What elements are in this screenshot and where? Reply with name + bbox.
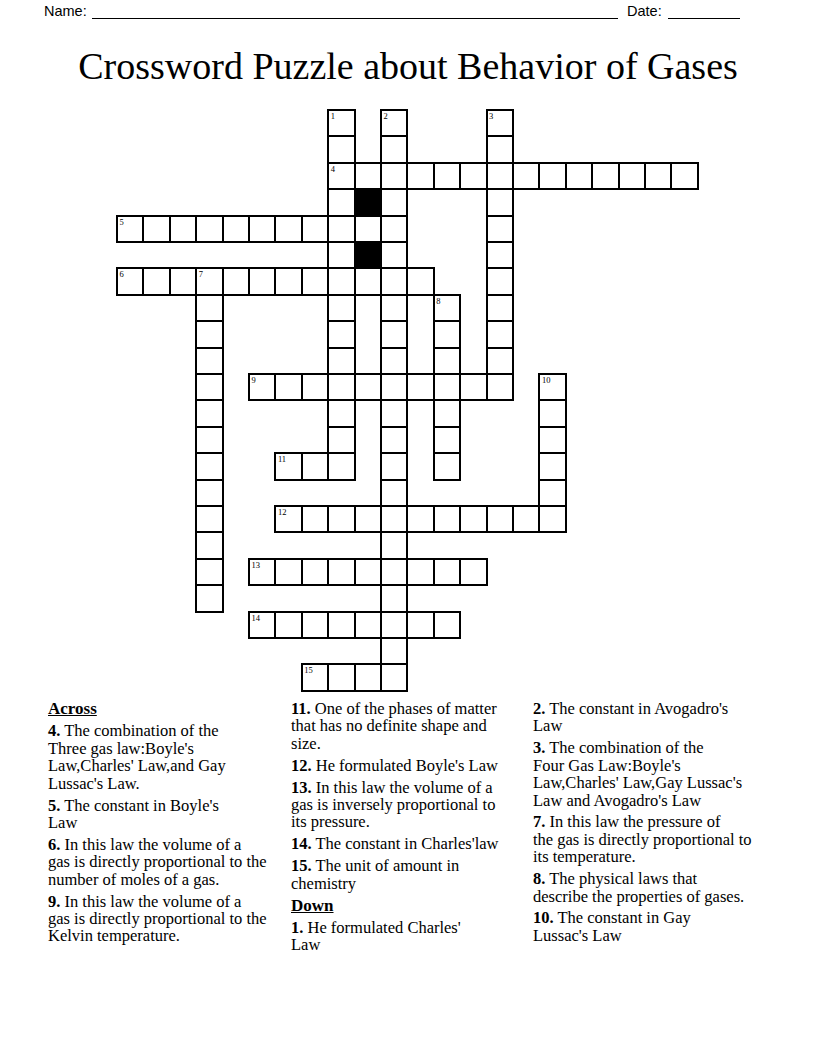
grid-cell[interactable] (591, 162, 619, 190)
grid-cell[interactable] (459, 162, 487, 190)
name-label: Name: (44, 3, 87, 19)
clue-15: 15. The unit of amount in chemistry (291, 857, 541, 892)
grid-cell[interactable] (301, 452, 329, 480)
date-blank-line[interactable] (668, 18, 740, 19)
grid-cell[interactable] (486, 215, 514, 243)
clue-9: 9. In this law the volume of a gas is di… (48, 893, 298, 945)
grid-cell[interactable] (380, 294, 408, 322)
grid-cell[interactable] (406, 558, 434, 586)
grid-cell[interactable] (433, 505, 461, 533)
grid-cell[interactable] (512, 505, 540, 533)
grid-cell[interactable] (301, 558, 329, 586)
grid-cell[interactable] (459, 558, 487, 586)
grid-cell[interactable] (380, 320, 408, 348)
grid-cell[interactable] (644, 162, 672, 190)
grid-cell[interactable] (195, 452, 223, 480)
grid-cell[interactable] (538, 452, 566, 480)
down-header: Down (291, 897, 541, 914)
grid-cell[interactable] (433, 452, 461, 480)
grid-cell[interactable] (169, 267, 197, 295)
clue-text: The unit of amount in chemistry (291, 856, 459, 892)
grid-cell[interactable] (354, 558, 382, 586)
clue-text: The constant in Boyle's Law (48, 796, 219, 832)
grid-cell[interactable]: 15 (301, 663, 329, 691)
clue-number: 7. (533, 812, 545, 831)
black-cell (354, 241, 382, 269)
clue-number: 4. (48, 721, 60, 740)
cell-number: 10 (542, 375, 551, 385)
grid-cell[interactable] (433, 611, 461, 639)
grid-cell[interactable]: 10 (538, 373, 566, 401)
clue-number: 12. (291, 756, 312, 775)
clue-number: 11. (291, 699, 311, 718)
grid-cell[interactable] (195, 584, 223, 612)
grid-cell[interactable] (538, 162, 566, 190)
grid-cell[interactable]: 7 (195, 267, 223, 295)
grid-cell[interactable] (195, 373, 223, 401)
grid-cell[interactable] (327, 215, 355, 243)
clue-text: He formulated Charles' Law (291, 918, 461, 954)
clue-2: 2. The constant in Avogadro's Law (533, 700, 783, 735)
clue-4: 4. The combination of the Three gas law:… (48, 722, 298, 792)
grid-cell[interactable] (380, 637, 408, 665)
grid-cell[interactable] (274, 215, 302, 243)
cell-number: 6 (120, 269, 124, 279)
grid-cell[interactable] (142, 267, 170, 295)
clue-text: In this law the volume of a gas is direc… (48, 892, 267, 946)
grid-cell[interactable] (380, 452, 408, 480)
grid-cell[interactable] (486, 294, 514, 322)
grid-cell[interactable] (433, 373, 461, 401)
clue-number: 1. (291, 918, 303, 937)
grid-cell[interactable] (327, 347, 355, 375)
name-blank-line[interactable] (92, 18, 618, 19)
grid-cell[interactable] (406, 611, 434, 639)
grid-cell[interactable] (486, 241, 514, 269)
grid-cell[interactable] (565, 162, 593, 190)
grid-cell[interactable] (274, 611, 302, 639)
grid-cell[interactable] (301, 373, 329, 401)
clue-text: The constant in Avogadro's Law (533, 699, 728, 735)
grid-cell[interactable]: 11 (274, 452, 302, 480)
clue-10: 10. The constant in Gay Lussac's Law (533, 909, 783, 944)
cell-number: 7 (199, 269, 203, 279)
grid-cell[interactable] (195, 347, 223, 375)
grid-cell[interactable] (354, 373, 382, 401)
grid-cell[interactable]: 3 (486, 109, 514, 137)
grid-cell[interactable] (486, 188, 514, 216)
grid-cell[interactable] (380, 373, 408, 401)
grid-cell[interactable] (354, 162, 382, 190)
clue-number: 14. (291, 834, 312, 853)
cell-number: 14 (252, 613, 261, 623)
grid-cell[interactable] (274, 267, 302, 295)
grid-cell[interactable] (380, 241, 408, 269)
clue-number: 5. (48, 796, 60, 815)
grid-cell[interactable] (169, 215, 197, 243)
cell-number: 8 (436, 296, 440, 306)
grid-cell[interactable] (433, 347, 461, 375)
grid-cell[interactable] (538, 479, 566, 507)
grid-cell[interactable] (486, 320, 514, 348)
clue-column-down: 2. The constant in Avogadro's Law3. The … (533, 700, 783, 949)
grid-cell[interactable] (380, 505, 408, 533)
grid-cell[interactable] (512, 162, 540, 190)
grid-cell[interactable]: 9 (248, 373, 276, 401)
crossword-grid: 123456789101112131415 (116, 109, 700, 693)
cell-number: 15 (304, 665, 313, 675)
clue-8: 8. The physical laws that describe the p… (533, 870, 783, 905)
grid-cell[interactable] (618, 162, 646, 190)
grid-cell[interactable] (301, 215, 329, 243)
cell-number: 2 (384, 111, 388, 121)
clue-11: 11. One of the phases of matter that has… (291, 700, 541, 752)
grid-cell[interactable] (327, 505, 355, 533)
grid-cell[interactable] (327, 373, 355, 401)
clue-number: 10. (533, 908, 554, 927)
grid-cell[interactable] (433, 320, 461, 348)
grid-cell[interactable] (327, 241, 355, 269)
grid-cell[interactable] (222, 215, 250, 243)
grid-cell[interactable]: 8 (433, 294, 461, 322)
grid-cell[interactable] (380, 611, 408, 639)
clue-text: He formulated Boyle's Law (316, 756, 498, 775)
grid-cell[interactable]: 13 (248, 558, 276, 586)
grid-cell[interactable] (195, 531, 223, 559)
clue-text: In this law the volume of a gas is inver… (291, 778, 495, 832)
grid-cell[interactable] (406, 267, 434, 295)
cell-number: 13 (252, 560, 261, 570)
clue-text: One of the phases of matter that has no … (291, 699, 497, 753)
grid-cell[interactable] (354, 505, 382, 533)
grid-cell[interactable] (406, 373, 434, 401)
grid-cell[interactable] (274, 558, 302, 586)
cell-number: 3 (489, 111, 493, 121)
grid-cell[interactable] (670, 162, 698, 190)
grid-cell[interactable]: 5 (116, 215, 144, 243)
grid-cell[interactable] (327, 294, 355, 322)
grid-cell[interactable] (195, 399, 223, 427)
grid-cell[interactable] (354, 267, 382, 295)
grid-cell[interactable] (380, 426, 408, 454)
grid-cell[interactable] (486, 373, 514, 401)
cell-number: 11 (278, 454, 286, 464)
clue-number: 15. (291, 856, 312, 875)
clue-text: The combination of the Four Gas Law:Boyl… (533, 738, 742, 809)
grid-cell[interactable] (486, 162, 514, 190)
grid-cell[interactable]: 1 (327, 109, 355, 137)
grid-cell[interactable] (327, 320, 355, 348)
grid-cell[interactable] (433, 426, 461, 454)
clue-number: 8. (533, 869, 545, 888)
clue-number: 2. (533, 699, 545, 718)
grid-cell[interactable] (248, 215, 276, 243)
grid-cell[interactable] (195, 505, 223, 533)
grid-cell[interactable] (538, 426, 566, 454)
grid-cell[interactable] (327, 135, 355, 163)
clue-6: 6. In this law the volume of a gas is di… (48, 836, 298, 888)
cell-number: 9 (252, 375, 256, 385)
grid-cell[interactable] (327, 558, 355, 586)
clue-text: In this law the pressure of the gas is d… (533, 812, 752, 866)
grid-cell[interactable] (486, 505, 514, 533)
clue-text: The combination of the Three gas law:Boy… (48, 721, 226, 792)
clue-number: 6. (48, 835, 60, 854)
grid-cell[interactable] (301, 505, 329, 533)
grid-cell[interactable] (486, 135, 514, 163)
grid-cell[interactable] (222, 267, 250, 295)
grid-cell[interactable] (433, 399, 461, 427)
cell-number: 1 (331, 111, 335, 121)
grid-cell[interactable] (274, 373, 302, 401)
grid-cell[interactable]: 4 (327, 162, 355, 190)
grid-cell[interactable] (433, 162, 461, 190)
grid-cell[interactable] (459, 505, 487, 533)
grid-cell[interactable] (380, 479, 408, 507)
grid-cell[interactable] (354, 215, 382, 243)
grid-cell[interactable] (406, 162, 434, 190)
grid-cell[interactable] (327, 452, 355, 480)
clue-14: 14. The constant in Charles'law (291, 835, 541, 852)
grid-cell[interactable] (327, 663, 355, 691)
grid-cell[interactable] (195, 479, 223, 507)
clue-1: 1. He formulated Charles' Law (291, 919, 541, 954)
grid-cell[interactable] (433, 558, 461, 586)
grid-cell[interactable] (195, 558, 223, 586)
grid-cell[interactable]: 12 (274, 505, 302, 533)
grid-cell[interactable] (380, 135, 408, 163)
grid-cell[interactable] (538, 505, 566, 533)
clue-column-middle: 11. One of the phases of matter that has… (291, 700, 541, 958)
clue-5: 5. The constant in Boyle's Law (48, 797, 298, 832)
grid-cell[interactable] (301, 611, 329, 639)
grid-cell[interactable] (301, 267, 329, 295)
clue-text: The physical laws that describe the prop… (533, 869, 744, 905)
clue-7: 7. In this law the pressure of the gas i… (533, 813, 783, 865)
grid-cell[interactable] (380, 188, 408, 216)
across-header: Across (48, 700, 298, 717)
cell-number: 5 (120, 217, 124, 227)
clue-text: The constant in Charles'law (315, 834, 498, 853)
clue-number: 13. (291, 778, 312, 797)
page-title: Crossword Puzzle about Behavior of Gases (0, 46, 816, 86)
grid-cell[interactable]: 14 (248, 611, 276, 639)
grid-cell[interactable] (354, 663, 382, 691)
grid-cell[interactable] (195, 320, 223, 348)
grid-cell[interactable] (195, 426, 223, 454)
grid-cell[interactable] (538, 399, 566, 427)
grid-cell[interactable] (380, 663, 408, 691)
clue-column-across: Across4. The combination of the Three ga… (48, 700, 298, 949)
grid-cell[interactable] (459, 373, 487, 401)
grid-cell[interactable] (406, 505, 434, 533)
grid-cell[interactable] (380, 558, 408, 586)
grid-cell[interactable] (380, 584, 408, 612)
date-label: Date: (627, 3, 662, 19)
grid-cell[interactable] (380, 347, 408, 375)
clue-text: In this law the volume of a gas is direc… (48, 835, 267, 889)
clue-text: The constant in Gay Lussac's Law (533, 908, 691, 944)
clue-12: 12. He formulated Boyle's Law (291, 757, 541, 774)
grid-cell[interactable]: 2 (380, 109, 408, 137)
grid-cell[interactable] (486, 267, 514, 295)
clue-number: 9. (48, 892, 60, 911)
grid-cell[interactable] (327, 611, 355, 639)
grid-cell[interactable] (327, 188, 355, 216)
grid-cell[interactable] (380, 267, 408, 295)
grid-cell[interactable] (327, 267, 355, 295)
black-cell (354, 188, 382, 216)
grid-cell[interactable] (327, 399, 355, 427)
grid-cell[interactable]: 6 (116, 267, 144, 295)
clue-3: 3. The combination of the Four Gas Law:B… (533, 739, 783, 809)
grid-cell[interactable] (380, 215, 408, 243)
cell-number: 4 (331, 164, 335, 174)
grid-cell[interactable] (327, 426, 355, 454)
clue-number: 3. (533, 738, 545, 757)
grid-cell[interactable] (248, 267, 276, 295)
cell-number: 12 (278, 507, 287, 517)
grid-cell[interactable] (142, 215, 170, 243)
grid-cell[interactable] (380, 399, 408, 427)
grid-cell[interactable] (486, 347, 514, 375)
grid-cell[interactable] (195, 294, 223, 322)
clue-13: 13. In this law the volume of a gas is i… (291, 779, 541, 831)
grid-cell[interactable] (380, 162, 408, 190)
grid-cell[interactable] (195, 215, 223, 243)
grid-cell[interactable] (354, 611, 382, 639)
grid-cell[interactable] (380, 531, 408, 559)
